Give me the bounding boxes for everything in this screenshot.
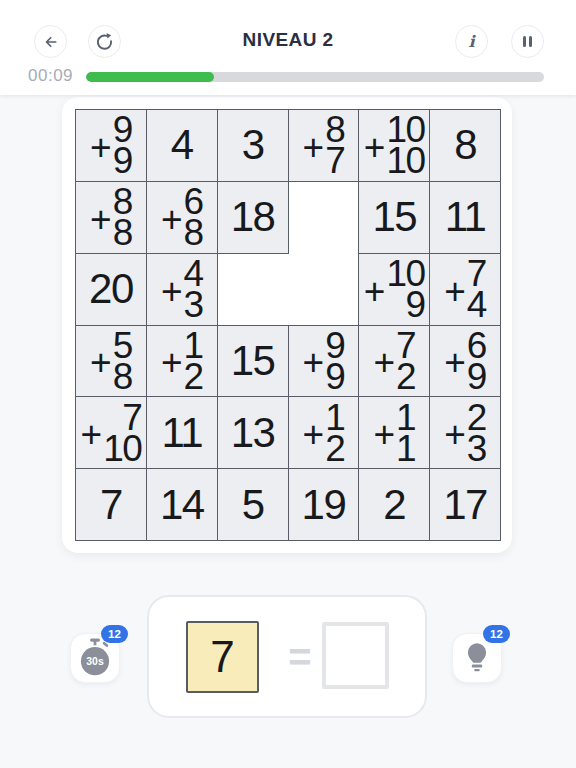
tile-sum-expression: +12: [303, 402, 345, 464]
grid-cell-r2c5[interactable]: 15: [359, 182, 429, 253]
grid-cell-r1c3[interactable]: 3: [218, 110, 288, 181]
equation-card: 7 =: [147, 595, 427, 718]
pause-icon: [523, 36, 533, 47]
board-grid: +9943+87+10108+88+6818151120+43+109+74+5…: [76, 110, 500, 540]
grid-cell-r1c4[interactable]: +87: [289, 110, 359, 181]
plus-sign: +: [90, 129, 112, 166]
progress-bar: [86, 72, 544, 82]
plus-sign: +: [161, 201, 183, 238]
time-booster-badge: 12: [101, 625, 128, 643]
plus-sign: +: [90, 344, 112, 381]
tile-value: 11: [445, 193, 486, 241]
grid-cell-r4c2[interactable]: +12: [147, 326, 217, 397]
plus-sign: +: [364, 273, 386, 310]
tile-value: 18: [231, 193, 275, 241]
grid-cell-r5c3[interactable]: 13: [218, 397, 288, 468]
grid-cell-r3c6[interactable]: +74: [430, 254, 500, 325]
plus-sign: +: [373, 416, 395, 453]
plus-sign: +: [364, 129, 386, 166]
tile-sum-expression: +88: [90, 186, 132, 248]
tile-value: 17: [443, 481, 487, 529]
grid-cell-r1c5[interactable]: +1010: [359, 110, 429, 181]
hint-booster-badge: 12: [483, 625, 510, 643]
grid-cell-r4c1[interactable]: +58: [76, 326, 146, 397]
progress-fill: [86, 72, 214, 82]
plus-sign: +: [81, 416, 103, 453]
lightbulb-icon: [458, 638, 496, 678]
tile-value: 4: [171, 121, 193, 169]
tile-sum-expression: +43: [161, 258, 203, 320]
tile-sum-expression: +58: [90, 330, 132, 392]
grid-cell-r2c4: [289, 182, 359, 253]
svg-text:30s: 30s: [86, 656, 104, 667]
grid-cell-r1c2[interactable]: 4: [147, 110, 217, 181]
plus-sign: +: [303, 344, 325, 381]
info-icon: i: [468, 34, 474, 50]
tile-value: 15: [231, 337, 275, 385]
tile-sum-expression: +1010: [364, 114, 425, 176]
grid-cell-r3c4: [289, 254, 359, 325]
grid-cell-r2c3[interactable]: 18: [218, 182, 288, 253]
tile-sum-expression: +74: [444, 258, 486, 320]
tile-value: 19: [302, 481, 346, 529]
grid-cell-r5c4[interactable]: +12: [289, 397, 359, 468]
grid-cell-r4c3[interactable]: 15: [218, 326, 288, 397]
answer-slot[interactable]: [322, 622, 389, 689]
grid-cell-r1c1[interactable]: +99: [76, 110, 146, 181]
grid-cell-r4c5[interactable]: +72: [359, 326, 429, 397]
grid-cell-r3c3: [218, 254, 288, 325]
grid-cell-r2c2[interactable]: +68: [147, 182, 217, 253]
plus-sign: +: [444, 273, 466, 310]
tile-sum-expression: +99: [303, 330, 345, 392]
selected-tile[interactable]: 7: [186, 621, 259, 693]
tile-value: 8: [454, 121, 476, 169]
tile-value: 15: [372, 193, 416, 241]
game-screen: NIVEAU 2 i 00:09 +9943+87+10108+88+68181…: [0, 0, 576, 768]
grid-cell-r3c5[interactable]: +109: [359, 254, 429, 325]
grid-cell-r5c6[interactable]: +23: [430, 397, 500, 468]
plus-sign: +: [444, 344, 466, 381]
plus-sign: +: [303, 416, 325, 453]
grid-cell-r6c6[interactable]: 17: [430, 469, 500, 540]
tile-value: 14: [160, 481, 204, 529]
tile-value: 11: [161, 409, 202, 457]
grid-cell-r4c6[interactable]: +69: [430, 326, 500, 397]
plus-sign: +: [303, 129, 325, 166]
page-title: NIVEAU 2: [0, 29, 576, 51]
tile-sum-expression: +99: [90, 114, 132, 176]
plus-sign: +: [161, 344, 183, 381]
stopwatch-icon: 30s: [75, 637, 115, 679]
grid-cell-r2c1[interactable]: +88: [76, 182, 146, 253]
grid-cell-r5c1[interactable]: +710: [76, 397, 146, 468]
tile-value: 3: [242, 121, 264, 169]
grid-cell-r1c6[interactable]: 8: [430, 110, 500, 181]
plus-sign: +: [161, 273, 183, 310]
plus-sign: +: [444, 416, 466, 453]
pause-button[interactable]: [511, 25, 544, 58]
tile-value: 20: [89, 265, 133, 313]
plus-sign: +: [373, 344, 395, 381]
tile-sum-expression: +68: [161, 186, 203, 248]
grid-cell-r3c2[interactable]: +43: [147, 254, 217, 325]
grid-cell-r6c2[interactable]: 14: [147, 469, 217, 540]
tile-sum-expression: +109: [364, 258, 425, 320]
info-button[interactable]: i: [455, 25, 488, 58]
grid-cell-r6c3[interactable]: 5: [218, 469, 288, 540]
tile-value: 5: [242, 481, 264, 529]
grid-cell-r6c4[interactable]: 19: [289, 469, 359, 540]
tile-sum-expression: +72: [373, 330, 415, 392]
tile-sum-expression: +69: [444, 330, 486, 392]
tile-sum-expression: +710: [81, 402, 142, 464]
tile-sum-expression: +12: [161, 330, 203, 392]
tile-value: 2: [383, 481, 405, 529]
grid-cell-r4c4[interactable]: +99: [289, 326, 359, 397]
grid-cell-r3c1[interactable]: 20: [76, 254, 146, 325]
tile-sum-expression: +11: [373, 402, 415, 464]
timer-label: 00:09: [28, 66, 73, 86]
tile-sum-expression: +23: [444, 402, 486, 464]
tile-sum-expression: +87: [303, 114, 345, 176]
grid-cell-r6c5[interactable]: 2: [359, 469, 429, 540]
grid-cell-r5c2[interactable]: 11: [147, 397, 217, 468]
board-card: +9943+87+10108+88+6818151120+43+109+74+5…: [62, 97, 512, 553]
equals-sign: =: [275, 635, 325, 680]
grid-cell-r6c1[interactable]: 7: [76, 469, 146, 540]
grid-cell-r2c6[interactable]: 11: [430, 182, 500, 253]
tile-value: 13: [231, 409, 275, 457]
grid-cell-r5c5[interactable]: +11: [359, 397, 429, 468]
tile-value: 7: [100, 481, 122, 529]
header: NIVEAU 2 i 00:09: [0, 0, 576, 95]
plus-sign: +: [90, 201, 112, 238]
